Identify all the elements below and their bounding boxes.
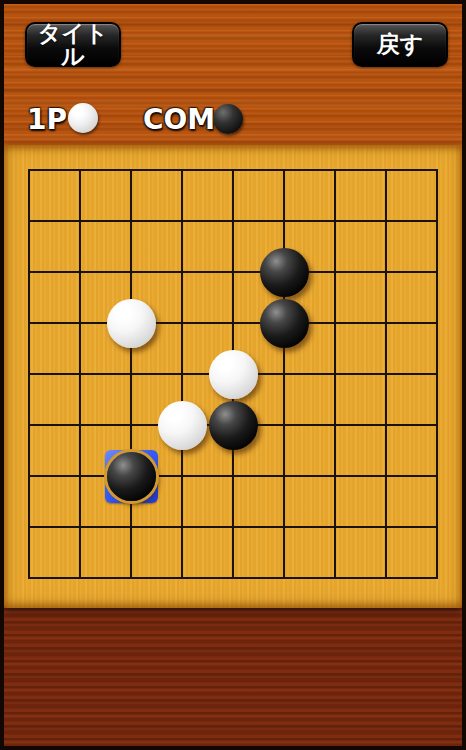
go-board bbox=[4, 145, 462, 608]
board-grid[interactable] bbox=[28, 169, 438, 579]
title-button[interactable]: タイトル bbox=[25, 22, 121, 67]
black-stone bbox=[209, 401, 258, 450]
background-wood-bottom bbox=[4, 608, 462, 746]
white-stone bbox=[209, 350, 258, 399]
white-stone bbox=[158, 401, 207, 450]
black-stone bbox=[260, 248, 309, 297]
player1-label: 1P bbox=[27, 105, 67, 135]
com-label: COM bbox=[143, 105, 215, 135]
black-stone bbox=[107, 452, 156, 501]
app-screen: タイトル 戻す 1P COM bbox=[0, 0, 466, 750]
player1-white-stone-icon bbox=[68, 103, 98, 133]
undo-button[interactable]: 戻す bbox=[352, 22, 448, 67]
black-stone bbox=[260, 299, 309, 348]
white-stone bbox=[107, 299, 156, 348]
com-black-stone-icon bbox=[213, 104, 243, 134]
